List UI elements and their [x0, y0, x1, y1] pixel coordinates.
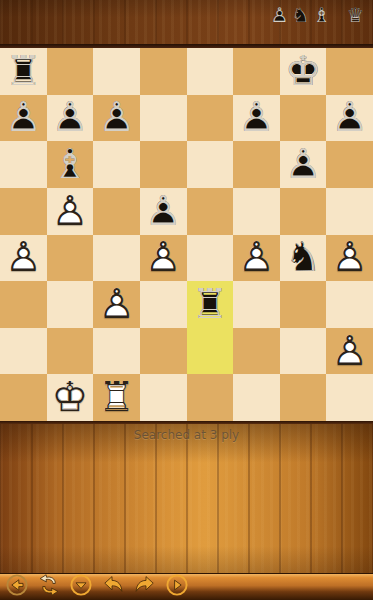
- square-d6[interactable]: [140, 141, 187, 188]
- square-c4[interactable]: [93, 235, 140, 282]
- square-e5[interactable]: [187, 188, 234, 235]
- square-e3[interactable]: ♜♖: [187, 281, 234, 328]
- square-f4[interactable]: ♟♙: [233, 235, 280, 282]
- chevron-down-icon: [69, 573, 93, 597]
- piece-glyph-outline: ♙: [269, 3, 290, 27]
- piece-glyph-outline: ♙: [0, 95, 47, 142]
- piece-glyph-outline: ♙: [233, 235, 280, 282]
- square-f2[interactable]: [233, 328, 280, 375]
- play-icon: [165, 573, 189, 597]
- square-a1[interactable]: [0, 374, 47, 421]
- back-button[interactable]: [5, 573, 29, 597]
- square-a2[interactable]: [0, 328, 47, 375]
- square-h3[interactable]: [326, 281, 373, 328]
- square-e6[interactable]: [187, 141, 234, 188]
- square-b4[interactable]: [47, 235, 94, 282]
- square-b7[interactable]: ♟♙: [47, 95, 94, 142]
- square-a4[interactable]: ♟♙: [0, 235, 47, 282]
- piece-glyph-outline: ♖: [93, 374, 140, 421]
- square-a3[interactable]: [0, 281, 47, 328]
- square-g5[interactable]: [280, 188, 327, 235]
- piece-white-pawn[interactable]: ♟♙: [326, 328, 373, 375]
- square-g4[interactable]: ♞♘: [280, 235, 327, 282]
- piece-white-pawn[interactable]: ♟♙: [0, 235, 47, 282]
- piece-glyph-outline: ♖: [0, 48, 47, 95]
- square-b8[interactable]: [47, 48, 94, 95]
- square-g1[interactable]: [280, 374, 327, 421]
- undo-arrow-icon: [101, 573, 125, 597]
- piece-black-pawn[interactable]: ♟♙: [47, 95, 94, 142]
- flip-board-button[interactable]: [37, 573, 61, 597]
- square-e4[interactable]: [187, 235, 234, 282]
- piece-glyph-outline: ♙: [140, 188, 187, 235]
- piece-glyph-outline: ♙: [0, 235, 47, 282]
- square-g6[interactable]: ♟♙: [280, 141, 327, 188]
- square-b2[interactable]: [47, 328, 94, 375]
- square-d4[interactable]: ♟♙: [140, 235, 187, 282]
- square-e1[interactable]: [187, 374, 234, 421]
- square-d1[interactable]: [140, 374, 187, 421]
- captured-black-pawn: ♟♙: [269, 3, 290, 27]
- flip-board-icon: [37, 573, 61, 597]
- square-c5[interactable]: [93, 188, 140, 235]
- piece-glyph-outline: ♙: [47, 95, 94, 142]
- square-f6[interactable]: [233, 141, 280, 188]
- piece-black-pawn[interactable]: ♟♙: [140, 188, 187, 235]
- square-e7[interactable]: [187, 95, 234, 142]
- piece-white-pawn[interactable]: ♟♙: [233, 235, 280, 282]
- chess-app-screen: ♟♙♞♘♝♗♛♕ ♜♖♚♔♟♙♟♙♟♙♟♙♟♙♝♗♟♙♟♙♟♙♟♙♟♙♟♙♞♘♟…: [0, 0, 373, 600]
- piece-black-pawn[interactable]: ♟♙: [326, 95, 373, 142]
- piece-glyph-fill: ♞: [290, 3, 311, 27]
- square-f7[interactable]: ♟♙: [233, 95, 280, 142]
- square-b3[interactable]: [47, 281, 94, 328]
- piece-glyph-outline: ♗: [47, 141, 94, 188]
- square-c8[interactable]: [93, 48, 140, 95]
- toolbar: [0, 573, 373, 600]
- square-d3[interactable]: [140, 281, 187, 328]
- piece-glyph-outline: ♙: [326, 235, 373, 282]
- piece-black-pawn[interactable]: ♟♙: [280, 141, 327, 188]
- piece-glyph-outline: ♕: [345, 3, 366, 27]
- piece-black-king[interactable]: ♚♔: [280, 48, 327, 95]
- square-c2[interactable]: [93, 328, 140, 375]
- redo-arrow-icon: [133, 573, 157, 597]
- piece-glyph-outline: ♙: [140, 235, 187, 282]
- status-text: Searched at 3 ply: [0, 428, 373, 442]
- square-h6[interactable]: [326, 141, 373, 188]
- top-captured-bar: ♟♙♞♘♝♗♛♕: [0, 0, 373, 44]
- square-h2[interactable]: ♟♙: [326, 328, 373, 375]
- square-e2[interactable]: [187, 328, 234, 375]
- square-f5[interactable]: [233, 188, 280, 235]
- piece-black-knight[interactable]: ♞♘: [280, 235, 327, 282]
- piece-white-pawn[interactable]: ♟♙: [47, 188, 94, 235]
- square-b6[interactable]: ♝♗: [47, 141, 94, 188]
- square-d2[interactable]: [140, 328, 187, 375]
- hide-button[interactable]: [69, 573, 93, 597]
- square-c1[interactable]: ♜♖: [93, 374, 140, 421]
- square-h7[interactable]: ♟♙: [326, 95, 373, 142]
- piece-glyph-outline: ♖: [187, 281, 234, 328]
- piece-white-king[interactable]: ♚♔: [47, 374, 94, 421]
- square-f3[interactable]: [233, 281, 280, 328]
- piece-glyph-outline: ♙: [93, 281, 140, 328]
- square-a5[interactable]: [0, 188, 47, 235]
- square-b1[interactable]: ♚♔: [47, 374, 94, 421]
- piece-glyph-fill: ♟: [269, 3, 290, 27]
- square-d5[interactable]: ♟♙: [140, 188, 187, 235]
- piece-glyph-fill: ♛: [345, 3, 366, 27]
- piece-white-pawn[interactable]: ♟♙: [140, 235, 187, 282]
- piece-glyph-outline: ♗: [311, 3, 332, 27]
- captured-black-queen: ♛♕: [345, 3, 366, 27]
- square-f8[interactable]: [233, 48, 280, 95]
- square-g2[interactable]: [280, 328, 327, 375]
- square-h5[interactable]: [326, 188, 373, 235]
- piece-white-pawn[interactable]: ♟♙: [326, 235, 373, 282]
- square-e8[interactable]: [187, 48, 234, 95]
- back-icon: [5, 573, 29, 597]
- square-h1[interactable]: [326, 374, 373, 421]
- square-f1[interactable]: [233, 374, 280, 421]
- piece-glyph-outline: ♙: [93, 95, 140, 142]
- square-g3[interactable]: [280, 281, 327, 328]
- piece-glyph-outline: ♙: [280, 141, 327, 188]
- piece-glyph-outline: ♙: [47, 188, 94, 235]
- redo-button[interactable]: [133, 573, 157, 597]
- piece-black-rook[interactable]: ♜♖: [0, 48, 47, 95]
- captured-tray: ♟♙♞♘♝♗♛♕: [269, 3, 366, 27]
- square-g7[interactable]: [280, 95, 327, 142]
- piece-glyph-outline: ♘: [280, 235, 327, 282]
- piece-black-rook[interactable]: ♜♖: [187, 281, 234, 328]
- undo-button[interactable]: [101, 573, 125, 597]
- piece-glyph-outline: ♙: [326, 95, 373, 142]
- square-b5[interactable]: ♟♙: [47, 188, 94, 235]
- square-a7[interactable]: ♟♙: [0, 95, 47, 142]
- square-h8[interactable]: [326, 48, 373, 95]
- square-c3[interactable]: ♟♙: [93, 281, 140, 328]
- square-c7[interactable]: ♟♙: [93, 95, 140, 142]
- square-c6[interactable]: [93, 141, 140, 188]
- piece-glyph-outline: ♘: [290, 3, 311, 27]
- piece-black-bishop[interactable]: ♝♗: [47, 141, 94, 188]
- lower-wood-panel: Searched at 3 ply: [0, 424, 373, 573]
- captured-black-bishop: ♝♗: [311, 3, 332, 27]
- piece-glyph-fill: ♝: [311, 3, 332, 27]
- piece-glyph-outline: ♔: [47, 374, 94, 421]
- piece-glyph-outline: ♔: [280, 48, 327, 95]
- piece-black-pawn[interactable]: ♟♙: [233, 95, 280, 142]
- square-a8[interactable]: ♜♖: [0, 48, 47, 95]
- piece-black-pawn[interactable]: ♟♙: [0, 95, 47, 142]
- piece-white-pawn[interactable]: ♟♙: [93, 281, 140, 328]
- piece-black-pawn[interactable]: ♟♙: [93, 95, 140, 142]
- square-g8[interactable]: ♚♔: [280, 48, 327, 95]
- captured-black-knight: ♞♘: [290, 3, 311, 27]
- chess-board: ♜♖♚♔♟♙♟♙♟♙♟♙♟♙♝♗♟♙♟♙♟♙♟♙♟♙♟♙♞♘♟♙♟♙♜♖♟♙♚♔…: [0, 48, 373, 421]
- piece-white-rook[interactable]: ♜♖: [93, 374, 140, 421]
- square-d8[interactable]: [140, 48, 187, 95]
- piece-glyph-outline: ♙: [326, 328, 373, 375]
- play-button[interactable]: [165, 573, 189, 597]
- square-h4[interactable]: ♟♙: [326, 235, 373, 282]
- piece-glyph-outline: ♙: [233, 95, 280, 142]
- square-d7[interactable]: [140, 95, 187, 142]
- square-a6[interactable]: [0, 141, 47, 188]
